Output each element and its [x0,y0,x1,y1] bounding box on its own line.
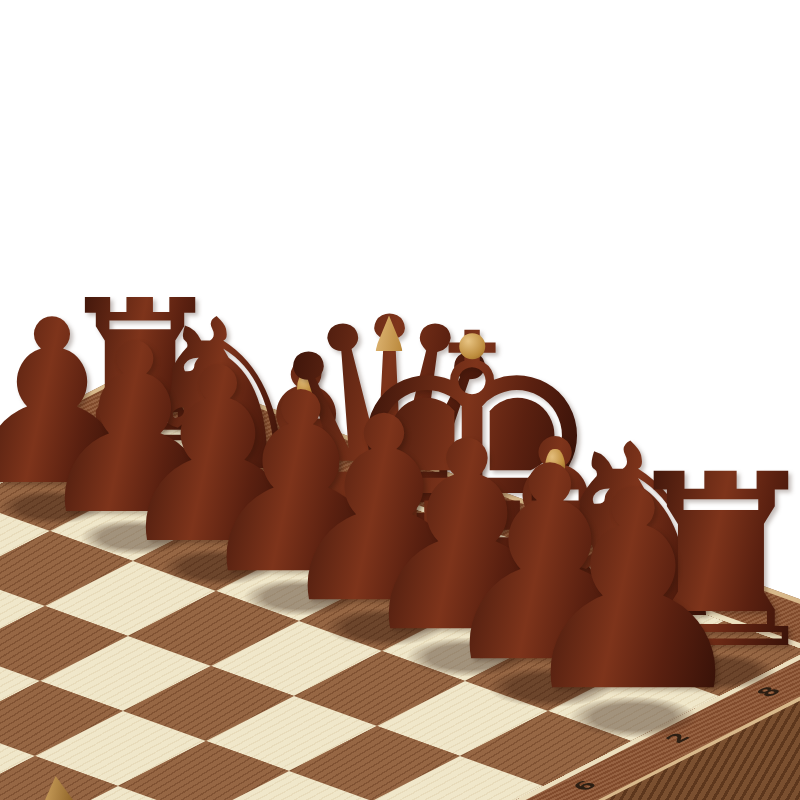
photo-scene: 8826 ♜♞♝♛♚♝♞♜♟♟♟♟♟♟♟♟ [0,0,800,800]
light-wood-finial [376,315,403,351]
light-wood-finial [459,334,485,360]
chess-board: 8826 [0,411,800,800]
light-wood-finial [545,449,565,475]
light-wood-finial [297,372,315,396]
